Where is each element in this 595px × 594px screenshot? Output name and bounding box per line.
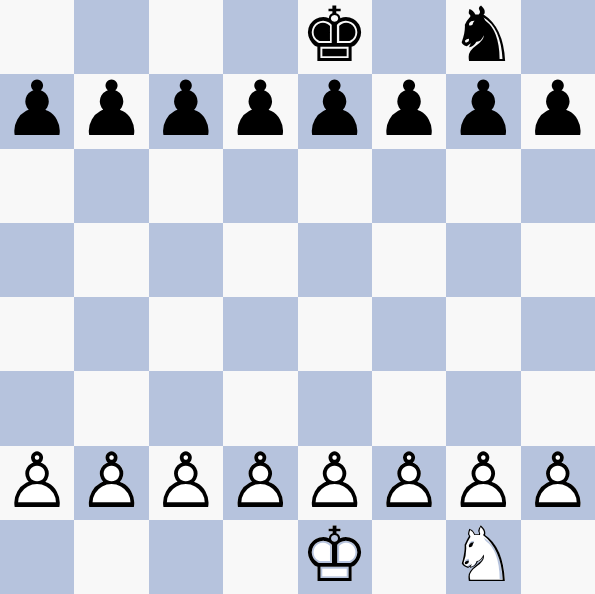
piece-black-king[interactable]: ♚ <box>298 0 372 74</box>
square-c1[interactable] <box>149 520 223 594</box>
piece-black-pawn[interactable]: ♟ <box>298 74 372 148</box>
square-c4[interactable] <box>149 297 223 371</box>
black-pawn-glyph: ♟ <box>0 72 74 146</box>
square-b2[interactable]: ♟♙ <box>74 446 148 520</box>
square-a5[interactable] <box>0 223 74 297</box>
square-g7[interactable]: ♟ <box>446 74 520 148</box>
white-pawn-outline-glyph: ♙ <box>149 444 223 518</box>
square-e6[interactable] <box>298 149 372 223</box>
square-c7[interactable]: ♟ <box>149 74 223 148</box>
square-h5[interactable] <box>521 223 595 297</box>
square-f5[interactable] <box>372 223 446 297</box>
black-pawn-glyph: ♟ <box>298 72 372 146</box>
square-a3[interactable] <box>0 371 74 445</box>
square-d4[interactable] <box>223 297 297 371</box>
square-f2[interactable]: ♟♙ <box>372 446 446 520</box>
piece-black-pawn[interactable]: ♟ <box>372 74 446 148</box>
white-king-outline-glyph: ♔ <box>298 518 372 592</box>
square-h2[interactable]: ♟♙ <box>521 446 595 520</box>
square-c8[interactable] <box>149 0 223 74</box>
square-e8[interactable]: ♚ <box>298 0 372 74</box>
piece-white-king[interactable]: ♚♔ <box>298 520 372 594</box>
square-h6[interactable] <box>521 149 595 223</box>
square-d2[interactable]: ♟♙ <box>223 446 297 520</box>
white-pawn-outline-glyph: ♙ <box>74 444 148 518</box>
white-pawn-outline-glyph: ♙ <box>223 444 297 518</box>
square-d7[interactable]: ♟ <box>223 74 297 148</box>
white-pawn-fill-glyph: ♟ <box>298 444 372 518</box>
white-knight-fill-glyph: ♞ <box>446 518 520 592</box>
square-b1[interactable] <box>74 520 148 594</box>
square-f6[interactable] <box>372 149 446 223</box>
white-pawn-outline-glyph: ♙ <box>372 444 446 518</box>
square-f8[interactable] <box>372 0 446 74</box>
piece-white-pawn[interactable]: ♟♙ <box>0 446 74 520</box>
square-c3[interactable] <box>149 371 223 445</box>
square-b3[interactable] <box>74 371 148 445</box>
square-h1[interactable] <box>521 520 595 594</box>
square-b6[interactable] <box>74 149 148 223</box>
white-pawn-fill-glyph: ♟ <box>521 444 595 518</box>
black-pawn-glyph: ♟ <box>74 72 148 146</box>
square-e1[interactable]: ♚♔ <box>298 520 372 594</box>
white-pawn-fill-glyph: ♟ <box>372 444 446 518</box>
square-d5[interactable] <box>223 223 297 297</box>
square-a7[interactable]: ♟ <box>0 74 74 148</box>
white-pawn-fill-glyph: ♟ <box>446 444 520 518</box>
black-king-glyph: ♚ <box>298 0 372 72</box>
white-knight-outline-glyph: ♘ <box>446 518 520 592</box>
square-g4[interactable] <box>446 297 520 371</box>
square-g6[interactable] <box>446 149 520 223</box>
piece-white-pawn[interactable]: ♟♙ <box>372 446 446 520</box>
black-pawn-glyph: ♟ <box>372 72 446 146</box>
square-h7[interactable]: ♟ <box>521 74 595 148</box>
black-pawn-glyph: ♟ <box>446 72 520 146</box>
square-e5[interactable] <box>298 223 372 297</box>
piece-black-pawn[interactable]: ♟ <box>446 74 520 148</box>
square-a6[interactable] <box>0 149 74 223</box>
white-pawn-fill-glyph: ♟ <box>74 444 148 518</box>
piece-white-pawn[interactable]: ♟♙ <box>149 446 223 520</box>
square-e3[interactable] <box>298 371 372 445</box>
piece-white-pawn[interactable]: ♟♙ <box>446 446 520 520</box>
square-d8[interactable] <box>223 0 297 74</box>
chess-board: ♚♞♟♟♟♟♟♟♟♟♟♙♟♙♟♙♟♙♟♙♟♙♟♙♟♙♚♔♞♘ <box>0 0 595 594</box>
piece-black-pawn[interactable]: ♟ <box>521 74 595 148</box>
white-pawn-outline-glyph: ♙ <box>0 444 74 518</box>
square-g5[interactable] <box>446 223 520 297</box>
square-h3[interactable] <box>521 371 595 445</box>
square-a1[interactable] <box>0 520 74 594</box>
square-d1[interactable] <box>223 520 297 594</box>
square-b4[interactable] <box>74 297 148 371</box>
white-pawn-outline-glyph: ♙ <box>521 444 595 518</box>
white-king-fill-glyph: ♚ <box>298 518 372 592</box>
square-h8[interactable] <box>521 0 595 74</box>
black-pawn-glyph: ♟ <box>521 72 595 146</box>
piece-white-pawn[interactable]: ♟♙ <box>74 446 148 520</box>
square-h4[interactable] <box>521 297 595 371</box>
black-pawn-glyph: ♟ <box>223 72 297 146</box>
piece-black-pawn[interactable]: ♟ <box>0 74 74 148</box>
square-d3[interactable] <box>223 371 297 445</box>
square-c6[interactable] <box>149 149 223 223</box>
square-e2[interactable]: ♟♙ <box>298 446 372 520</box>
piece-white-knight[interactable]: ♞♘ <box>446 520 520 594</box>
square-e4[interactable] <box>298 297 372 371</box>
square-b8[interactable] <box>74 0 148 74</box>
square-f4[interactable] <box>372 297 446 371</box>
square-f7[interactable]: ♟ <box>372 74 446 148</box>
piece-white-pawn[interactable]: ♟♙ <box>298 446 372 520</box>
black-knight-glyph: ♞ <box>446 0 520 72</box>
piece-black-knight[interactable]: ♞ <box>446 0 520 74</box>
square-e7[interactable]: ♟ <box>298 74 372 148</box>
square-f3[interactable] <box>372 371 446 445</box>
square-g1[interactable]: ♞♘ <box>446 520 520 594</box>
square-g2[interactable]: ♟♙ <box>446 446 520 520</box>
square-f1[interactable] <box>372 520 446 594</box>
square-a2[interactable]: ♟♙ <box>0 446 74 520</box>
square-a4[interactable] <box>0 297 74 371</box>
white-pawn-outline-glyph: ♙ <box>298 444 372 518</box>
square-c5[interactable] <box>149 223 223 297</box>
piece-black-pawn[interactable]: ♟ <box>149 74 223 148</box>
white-pawn-fill-glyph: ♟ <box>223 444 297 518</box>
white-pawn-outline-glyph: ♙ <box>446 444 520 518</box>
square-g3[interactable] <box>446 371 520 445</box>
white-pawn-fill-glyph: ♟ <box>149 444 223 518</box>
white-pawn-fill-glyph: ♟ <box>0 444 74 518</box>
piece-white-pawn[interactable]: ♟♙ <box>521 446 595 520</box>
square-g8[interactable]: ♞ <box>446 0 520 74</box>
square-d6[interactable] <box>223 149 297 223</box>
square-c2[interactable]: ♟♙ <box>149 446 223 520</box>
square-b7[interactable]: ♟ <box>74 74 148 148</box>
black-pawn-glyph: ♟ <box>149 72 223 146</box>
piece-black-pawn[interactable]: ♟ <box>74 74 148 148</box>
piece-black-pawn[interactable]: ♟ <box>223 74 297 148</box>
square-b5[interactable] <box>74 223 148 297</box>
piece-white-pawn[interactable]: ♟♙ <box>223 446 297 520</box>
square-a8[interactable] <box>0 0 74 74</box>
